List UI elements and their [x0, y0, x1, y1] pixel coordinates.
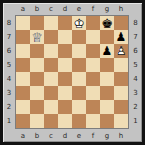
square-c5[interactable]	[44, 58, 58, 72]
square-c2[interactable]	[44, 100, 58, 114]
file-label-bottom-f: f	[86, 129, 100, 142]
file-label-top-e: e	[72, 3, 86, 15]
rank-label-right-6: 6	[129, 44, 142, 58]
square-e6[interactable]	[72, 44, 86, 58]
square-a6[interactable]	[16, 44, 30, 58]
square-e5[interactable]	[72, 58, 86, 72]
square-e1[interactable]	[72, 114, 86, 128]
file-label-bottom-c: c	[44, 129, 58, 142]
piece-white-pawn[interactable]: ♟♙	[114, 44, 128, 58]
square-d3[interactable]	[58, 86, 72, 100]
rank-label-left-3: 3	[3, 86, 15, 100]
square-e3[interactable]	[72, 86, 86, 100]
square-f5[interactable]	[86, 58, 100, 72]
square-a4[interactable]	[16, 72, 30, 86]
square-g8[interactable]: ♚	[100, 16, 114, 30]
square-h5[interactable]	[114, 58, 128, 72]
square-a8[interactable]	[16, 16, 30, 30]
rank-label-left-5: 5	[3, 58, 15, 72]
square-g2[interactable]	[100, 100, 114, 114]
square-f3[interactable]	[86, 86, 100, 100]
pawn-outline-glyph: ♙	[114, 44, 128, 58]
square-b1[interactable]	[30, 114, 44, 128]
piece-black-pawn[interactable]: ♟	[100, 44, 114, 58]
square-b8[interactable]	[30, 16, 44, 30]
square-a1[interactable]	[16, 114, 30, 128]
square-d6[interactable]	[58, 44, 72, 58]
square-c1[interactable]	[44, 114, 58, 128]
file-label-top-h: h	[114, 3, 128, 15]
square-e8[interactable]: ♚♔	[72, 16, 86, 30]
square-a7[interactable]	[16, 30, 30, 44]
square-e2[interactable]	[72, 100, 86, 114]
king-solid-glyph: ♚	[100, 16, 114, 30]
square-h8[interactable]	[114, 16, 128, 30]
square-c4[interactable]	[44, 72, 58, 86]
piece-black-pawn[interactable]: ♟	[114, 30, 128, 44]
file-labels-bottom: abcdefgh	[16, 129, 128, 142]
file-label-top-a: a	[16, 3, 30, 15]
square-b3[interactable]	[30, 86, 44, 100]
rank-label-left-2: 2	[3, 100, 15, 114]
square-g1[interactable]	[100, 114, 114, 128]
square-g7[interactable]	[100, 30, 114, 44]
board-grid: ♚♔♚♛♕♟♟♟♙	[15, 15, 129, 129]
file-label-bottom-h: h	[114, 129, 128, 142]
board-frame: abcdefgh abcdefgh 87654321 87654321 ♚♔♚♛…	[3, 3, 142, 142]
rank-label-left-8: 8	[3, 16, 15, 30]
square-h4[interactable]	[114, 72, 128, 86]
piece-black-king[interactable]: ♚	[100, 16, 114, 30]
rank-label-left-6: 6	[3, 44, 15, 58]
square-f7[interactable]	[86, 30, 100, 44]
rank-label-right-7: 7	[129, 30, 142, 44]
file-label-top-b: b	[30, 3, 44, 15]
square-d8[interactable]	[58, 16, 72, 30]
rank-label-right-3: 3	[129, 86, 142, 100]
file-label-top-f: f	[86, 3, 100, 15]
square-c6[interactable]	[44, 44, 58, 58]
chess-diagram: abcdefgh abcdefgh 87654321 87654321 ♚♔♚♛…	[0, 0, 145, 145]
square-e4[interactable]	[72, 72, 86, 86]
square-h6[interactable]: ♟♙	[114, 44, 128, 58]
square-h3[interactable]	[114, 86, 128, 100]
square-f2[interactable]	[86, 100, 100, 114]
rank-label-right-4: 4	[129, 72, 142, 86]
square-d2[interactable]	[58, 100, 72, 114]
piece-white-queen[interactable]: ♛♕	[30, 30, 44, 44]
rank-label-right-1: 1	[129, 114, 142, 128]
file-label-top-c: c	[44, 3, 58, 15]
file-label-bottom-g: g	[100, 129, 114, 142]
square-g3[interactable]	[100, 86, 114, 100]
file-labels-top: abcdefgh	[16, 3, 128, 15]
rank-labels-left: 87654321	[3, 16, 15, 128]
square-a2[interactable]	[16, 100, 30, 114]
rank-label-right-8: 8	[129, 16, 142, 30]
file-label-bottom-b: b	[30, 129, 44, 142]
rank-label-left-4: 4	[3, 72, 15, 86]
square-c7[interactable]	[44, 30, 58, 44]
square-f8[interactable]	[86, 16, 100, 30]
file-label-top-g: g	[100, 3, 114, 15]
king-outline-glyph: ♔	[72, 16, 86, 30]
pawn-solid-glyph: ♟	[100, 44, 114, 58]
square-d1[interactable]	[58, 114, 72, 128]
square-g6[interactable]: ♟	[100, 44, 114, 58]
square-h2[interactable]	[114, 100, 128, 114]
file-label-bottom-e: e	[72, 129, 86, 142]
square-b5[interactable]	[30, 58, 44, 72]
square-c3[interactable]	[44, 86, 58, 100]
square-f4[interactable]	[86, 72, 100, 86]
square-g5[interactable]	[100, 58, 114, 72]
square-b6[interactable]	[30, 44, 44, 58]
file-label-bottom-a: a	[16, 129, 30, 142]
square-d5[interactable]	[58, 58, 72, 72]
file-label-bottom-d: d	[58, 129, 72, 142]
square-c8[interactable]	[44, 16, 58, 30]
queen-outline-glyph: ♕	[30, 30, 44, 44]
rank-label-right-2: 2	[129, 100, 142, 114]
square-d4[interactable]	[58, 72, 72, 86]
square-d7[interactable]	[58, 30, 72, 44]
pawn-solid-glyph: ♟	[114, 30, 128, 44]
square-e7[interactable]	[72, 30, 86, 44]
square-h7[interactable]: ♟	[114, 30, 128, 44]
square-g4[interactable]	[100, 72, 114, 86]
rank-labels-right: 87654321	[129, 16, 142, 128]
piece-white-king[interactable]: ♚♔	[72, 16, 86, 30]
file-label-top-d: d	[58, 3, 72, 15]
square-a5[interactable]	[16, 58, 30, 72]
square-f6[interactable]	[86, 44, 100, 58]
rank-label-right-5: 5	[129, 58, 142, 72]
square-f1[interactable]	[86, 114, 100, 128]
rank-label-left-1: 1	[3, 114, 15, 128]
rank-label-left-7: 7	[3, 30, 15, 44]
square-b2[interactable]	[30, 100, 44, 114]
square-b7[interactable]: ♛♕	[30, 30, 44, 44]
square-b4[interactable]	[30, 72, 44, 86]
square-h1[interactable]	[114, 114, 128, 128]
square-a3[interactable]	[16, 86, 30, 100]
